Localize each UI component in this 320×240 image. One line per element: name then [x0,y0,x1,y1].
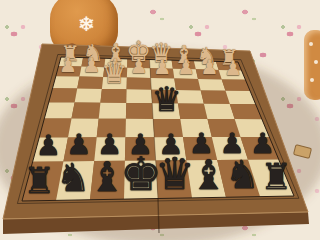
square-g3 [77,77,103,89]
square-c3 [174,78,200,90]
square-b5 [204,104,235,119]
square-e6 [126,119,155,138]
square-d8 [156,160,192,198]
square-f1 [104,58,127,67]
board-svg [0,0,320,240]
square-h5 [44,102,74,118]
square-d4 [151,90,178,104]
square-d2 [150,68,174,78]
square-c5 [178,104,208,120]
square-g1 [81,58,105,68]
square-e2 [127,68,151,78]
square-f2 [103,67,127,77]
photo-scene: ❄ ♜♞♝♚♛♝♞♜♟♟♟♟♟♟♟♟♛♛♟♟♟♟♟♟♟♟♜♞♝♚♛♝♞♜ [0,0,320,240]
square-d3 [151,78,176,90]
square-d1 [150,60,173,69]
square-e4 [126,89,152,103]
chessboard [0,0,320,240]
square-d5 [152,103,180,119]
square-g2 [80,67,105,78]
square-d7 [154,137,186,161]
square-f4 [100,89,126,103]
square-b3 [198,79,226,91]
square-b1 [194,61,219,70]
square-e3 [127,78,152,90]
square-e1 [127,59,150,68]
square-c4 [176,90,204,104]
square-f3 [102,77,127,89]
square-d6 [153,119,183,137]
square-g7 [63,137,96,161]
square-f7 [94,137,125,161]
square-g4 [75,89,102,103]
square-a1 [216,61,242,70]
square-h3 [53,76,80,88]
square-h4 [49,88,77,102]
square-f8 [90,161,125,200]
square-c1 [172,60,196,69]
fold-seam-front [158,199,159,234]
square-b2 [196,69,222,79]
square-e8 [124,161,158,200]
square-f5 [99,103,127,119]
square-h1 [59,57,84,67]
square-e5 [126,103,153,119]
square-c6 [180,119,212,137]
square-h2 [56,66,82,77]
square-c2 [173,69,198,79]
square-e7 [125,137,156,161]
square-g6 [68,119,99,138]
square-c7 [183,137,217,160]
square-b4 [201,90,230,104]
square-f6 [97,119,126,138]
square-g5 [72,103,101,119]
